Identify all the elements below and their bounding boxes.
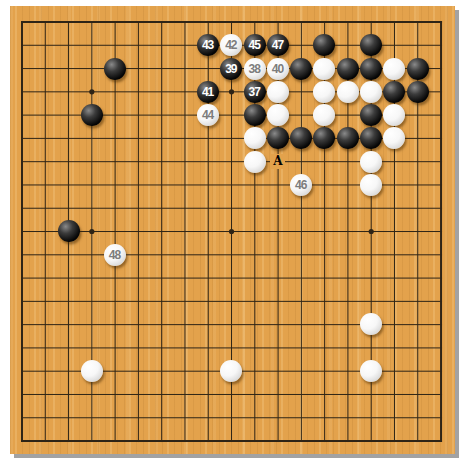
move-number-label: 44 (202, 108, 213, 122)
black-stone (360, 34, 382, 56)
black-stone (290, 127, 312, 149)
white-stone (81, 360, 103, 382)
black-stone: 43 (197, 34, 219, 56)
go-board[interactable]: 434245473938404137444648A (10, 6, 455, 454)
black-stone: 37 (244, 81, 266, 103)
black-stone: 39 (220, 58, 242, 80)
move-number-label: 45 (248, 38, 259, 52)
white-stone (360, 151, 382, 173)
white-stone (244, 127, 266, 149)
white-stone: 48 (104, 244, 126, 266)
black-stone (337, 127, 359, 149)
black-stone (337, 58, 359, 80)
black-stone (313, 127, 335, 149)
black-stone: 45 (244, 34, 266, 56)
white-stone: 42 (220, 34, 242, 56)
move-number-label: 40 (272, 62, 283, 76)
move-number-label: 43 (202, 38, 213, 52)
black-stone (81, 104, 103, 126)
white-stone (383, 58, 405, 80)
move-number-label: 39 (225, 62, 236, 76)
black-stone (267, 127, 289, 149)
white-stone (244, 151, 266, 173)
white-stone: 44 (197, 104, 219, 126)
black-stone (313, 34, 335, 56)
page-background: 434245473938404137444648A (0, 0, 464, 464)
white-stone (220, 360, 242, 382)
white-stone (267, 104, 289, 126)
stones-layer: 434245473938404137444648A (10, 10, 452, 452)
white-stone (383, 127, 405, 149)
white-stone (360, 174, 382, 196)
white-stone: 40 (267, 58, 289, 80)
black-stone (58, 220, 80, 242)
black-stone (244, 104, 266, 126)
white-stone (360, 81, 382, 103)
black-stone (360, 127, 382, 149)
black-stone (104, 58, 126, 80)
black-stone (407, 81, 429, 103)
move-number-label: 47 (272, 38, 283, 52)
white-stone: 38 (244, 58, 266, 80)
white-stone: 46 (290, 174, 312, 196)
white-stone (313, 81, 335, 103)
move-number-label: 42 (225, 38, 236, 52)
black-stone (360, 104, 382, 126)
black-stone (360, 58, 382, 80)
white-stone (313, 104, 335, 126)
move-number-label: 48 (109, 248, 120, 262)
black-stone (407, 58, 429, 80)
white-stone (267, 81, 289, 103)
move-number-label: 41 (202, 85, 213, 99)
move-number-label: 46 (295, 178, 306, 192)
white-stone (313, 58, 335, 80)
move-number-label: 37 (248, 85, 259, 99)
black-stone: 47 (267, 34, 289, 56)
black-stone (290, 58, 312, 80)
white-stone (337, 81, 359, 103)
move-number-label: 38 (248, 62, 259, 76)
white-stone (360, 360, 382, 382)
letter-marker: A (270, 154, 285, 169)
black-stone: 41 (197, 81, 219, 103)
white-stone (360, 313, 382, 335)
black-stone (383, 81, 405, 103)
white-stone (383, 104, 405, 126)
